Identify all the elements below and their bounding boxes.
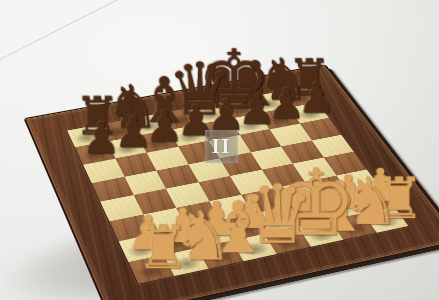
board-playing-area: ♜♞♝♛♚♝♞♜♟♟♟♟♟♟♟♟♟♟♟♟♟♟♟♟♜♞♝♛♚♝♞♜: [67, 87, 408, 284]
chess-photo-scene: ♜♞♝♛♚♝♞♜♟♟♟♟♟♟♟♟♟♟♟♟♟♟♟♟♜♞♝♛♚♝♞♜ II: [0, 0, 439, 300]
square-b5[interactable]: [124, 170, 166, 195]
watermark: II: [205, 130, 238, 163]
piece-black-pawn-a7[interactable]: ♟: [82, 117, 115, 160]
piece-white-rook-a1[interactable]: ♜: [137, 219, 174, 278]
watermark-text: II: [212, 135, 232, 158]
